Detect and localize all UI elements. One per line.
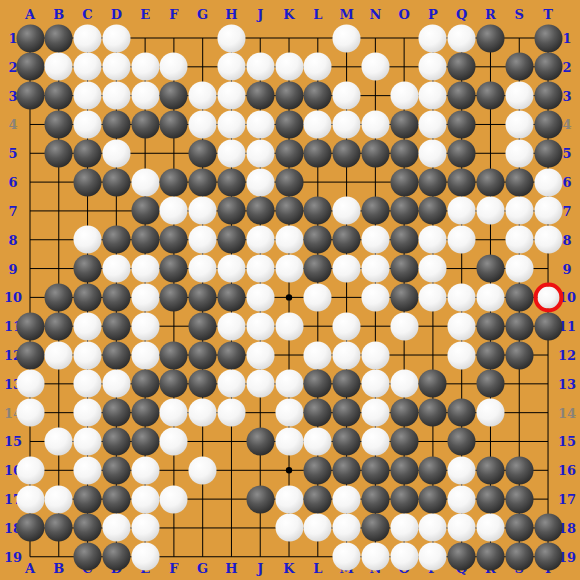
point-G2[interactable] <box>188 52 217 81</box>
point-Q15[interactable] <box>447 427 476 456</box>
point-T12[interactable] <box>534 341 563 370</box>
point-D9[interactable] <box>102 254 131 283</box>
point-A18[interactable] <box>16 513 45 542</box>
point-T9[interactable] <box>534 254 563 283</box>
point-K16[interactable] <box>275 456 304 485</box>
point-S6[interactable] <box>505 168 534 197</box>
point-H13[interactable] <box>217 369 246 398</box>
point-P11[interactable] <box>418 312 447 341</box>
point-D15[interactable] <box>102 427 131 456</box>
point-S1[interactable] <box>505 24 534 53</box>
point-T14[interactable] <box>534 398 563 427</box>
point-H18[interactable] <box>217 513 246 542</box>
point-M6[interactable] <box>332 168 361 197</box>
point-K10[interactable] <box>275 283 304 312</box>
point-O12[interactable] <box>390 341 419 370</box>
point-C8[interactable] <box>73 225 102 254</box>
point-J16[interactable] <box>246 456 275 485</box>
point-T17[interactable] <box>534 485 563 514</box>
point-K7[interactable] <box>275 196 304 225</box>
point-B2[interactable] <box>44 52 73 81</box>
point-P16[interactable] <box>418 456 447 485</box>
point-M5[interactable] <box>332 139 361 168</box>
point-P6[interactable] <box>418 168 447 197</box>
point-A8[interactable] <box>16 225 45 254</box>
point-K2[interactable] <box>275 52 304 81</box>
point-N17[interactable] <box>361 485 390 514</box>
point-N2[interactable] <box>361 52 390 81</box>
point-K8[interactable] <box>275 225 304 254</box>
point-R10[interactable] <box>476 283 505 312</box>
point-H1[interactable] <box>217 24 246 53</box>
point-D6[interactable] <box>102 168 131 197</box>
point-S15[interactable] <box>505 427 534 456</box>
point-P4[interactable] <box>418 110 447 139</box>
point-Q7[interactable] <box>447 196 476 225</box>
point-J7[interactable] <box>246 196 275 225</box>
point-A1[interactable] <box>16 24 45 53</box>
point-C6[interactable] <box>73 168 102 197</box>
point-N11[interactable] <box>361 312 390 341</box>
point-G11[interactable] <box>188 312 217 341</box>
point-P2[interactable] <box>418 52 447 81</box>
point-N8[interactable] <box>361 225 390 254</box>
point-D11[interactable] <box>102 312 131 341</box>
point-M16[interactable] <box>332 456 361 485</box>
point-C13[interactable] <box>73 369 102 398</box>
point-Q2[interactable] <box>447 52 476 81</box>
point-F13[interactable] <box>159 369 188 398</box>
point-A5[interactable] <box>16 139 45 168</box>
point-F17[interactable] <box>159 485 188 514</box>
point-K17[interactable] <box>275 485 304 514</box>
point-N9[interactable] <box>361 254 390 283</box>
point-J11[interactable] <box>246 312 275 341</box>
point-R5[interactable] <box>476 139 505 168</box>
point-M18[interactable] <box>332 513 361 542</box>
point-T19[interactable] <box>534 542 563 571</box>
point-F18[interactable] <box>159 513 188 542</box>
point-M2[interactable] <box>332 52 361 81</box>
point-J13[interactable] <box>246 369 275 398</box>
point-R11[interactable] <box>476 312 505 341</box>
point-D8[interactable] <box>102 225 131 254</box>
point-G8[interactable] <box>188 225 217 254</box>
point-N16[interactable] <box>361 456 390 485</box>
point-L11[interactable] <box>303 312 332 341</box>
point-D10[interactable] <box>102 283 131 312</box>
point-D2[interactable] <box>102 52 131 81</box>
point-L1[interactable] <box>303 24 332 53</box>
point-C1[interactable] <box>73 24 102 53</box>
point-A11[interactable] <box>16 312 45 341</box>
point-O4[interactable] <box>390 110 419 139</box>
go-board[interactable]: AABBCCDDEEFFGGHHJJKKLLMMNNOOPPQQRRSSTT11… <box>0 0 580 580</box>
point-G19[interactable] <box>188 542 217 571</box>
point-N1[interactable] <box>361 24 390 53</box>
point-B9[interactable] <box>44 254 73 283</box>
point-B14[interactable] <box>44 398 73 427</box>
point-J5[interactable] <box>246 139 275 168</box>
point-R13[interactable] <box>476 369 505 398</box>
point-Q10[interactable] <box>447 283 476 312</box>
point-K3[interactable] <box>275 81 304 110</box>
point-H15[interactable] <box>217 427 246 456</box>
point-C12[interactable] <box>73 341 102 370</box>
point-F19[interactable] <box>159 542 188 571</box>
point-M7[interactable] <box>332 196 361 225</box>
point-N10[interactable] <box>361 283 390 312</box>
point-A13[interactable] <box>16 369 45 398</box>
point-Q6[interactable] <box>447 168 476 197</box>
point-E3[interactable] <box>131 81 160 110</box>
point-C15[interactable] <box>73 427 102 456</box>
point-K15[interactable] <box>275 427 304 456</box>
point-B7[interactable] <box>44 196 73 225</box>
point-B6[interactable] <box>44 168 73 197</box>
point-A3[interactable] <box>16 81 45 110</box>
point-S16[interactable] <box>505 456 534 485</box>
point-N12[interactable] <box>361 341 390 370</box>
point-Q8[interactable] <box>447 225 476 254</box>
point-O7[interactable] <box>390 196 419 225</box>
point-Q16[interactable] <box>447 456 476 485</box>
point-Q13[interactable] <box>447 369 476 398</box>
point-K13[interactable] <box>275 369 304 398</box>
point-F8[interactable] <box>159 225 188 254</box>
point-A4[interactable] <box>16 110 45 139</box>
point-P14[interactable] <box>418 398 447 427</box>
point-B15[interactable] <box>44 427 73 456</box>
point-E5[interactable] <box>131 139 160 168</box>
point-C14[interactable] <box>73 398 102 427</box>
point-M11[interactable] <box>332 312 361 341</box>
point-A7[interactable] <box>16 196 45 225</box>
point-J4[interactable] <box>246 110 275 139</box>
point-B12[interactable] <box>44 341 73 370</box>
point-P1[interactable] <box>418 24 447 53</box>
point-B18[interactable] <box>44 513 73 542</box>
point-K9[interactable] <box>275 254 304 283</box>
point-F15[interactable] <box>159 427 188 456</box>
point-D13[interactable] <box>102 369 131 398</box>
point-M15[interactable] <box>332 427 361 456</box>
point-G13[interactable] <box>188 369 217 398</box>
point-R9[interactable] <box>476 254 505 283</box>
point-O1[interactable] <box>390 24 419 53</box>
point-J6[interactable] <box>246 168 275 197</box>
point-D7[interactable] <box>102 196 131 225</box>
point-R19[interactable] <box>476 542 505 571</box>
point-Q1[interactable] <box>447 24 476 53</box>
point-T11[interactable] <box>534 312 563 341</box>
point-O19[interactable] <box>390 542 419 571</box>
point-N4[interactable] <box>361 110 390 139</box>
point-B17[interactable] <box>44 485 73 514</box>
point-N5[interactable] <box>361 139 390 168</box>
point-G16[interactable] <box>188 456 217 485</box>
point-S5[interactable] <box>505 139 534 168</box>
point-B4[interactable] <box>44 110 73 139</box>
point-K18[interactable] <box>275 513 304 542</box>
point-Q19[interactable] <box>447 542 476 571</box>
point-C4[interactable] <box>73 110 102 139</box>
point-N7[interactable] <box>361 196 390 225</box>
point-G17[interactable] <box>188 485 217 514</box>
point-S18[interactable] <box>505 513 534 542</box>
point-J1[interactable] <box>246 24 275 53</box>
point-H5[interactable] <box>217 139 246 168</box>
point-E4[interactable] <box>131 110 160 139</box>
point-M10[interactable] <box>332 283 361 312</box>
point-S7[interactable] <box>505 196 534 225</box>
point-D16[interactable] <box>102 456 131 485</box>
point-T10[interactable] <box>534 283 563 312</box>
point-M19[interactable] <box>332 542 361 571</box>
point-P3[interactable] <box>418 81 447 110</box>
point-Q9[interactable] <box>447 254 476 283</box>
point-C19[interactable] <box>73 542 102 571</box>
point-G5[interactable] <box>188 139 217 168</box>
point-L9[interactable] <box>303 254 332 283</box>
point-P9[interactable] <box>418 254 447 283</box>
point-R3[interactable] <box>476 81 505 110</box>
point-Q5[interactable] <box>447 139 476 168</box>
point-N19[interactable] <box>361 542 390 571</box>
point-R4[interactable] <box>476 110 505 139</box>
point-S19[interactable] <box>505 542 534 571</box>
point-F16[interactable] <box>159 456 188 485</box>
point-C9[interactable] <box>73 254 102 283</box>
point-C7[interactable] <box>73 196 102 225</box>
point-C18[interactable] <box>73 513 102 542</box>
point-A17[interactable] <box>16 485 45 514</box>
point-P8[interactable] <box>418 225 447 254</box>
point-F9[interactable] <box>159 254 188 283</box>
point-K5[interactable] <box>275 139 304 168</box>
point-S10[interactable] <box>505 283 534 312</box>
point-G12[interactable] <box>188 341 217 370</box>
point-L5[interactable] <box>303 139 332 168</box>
point-B13[interactable] <box>44 369 73 398</box>
point-L8[interactable] <box>303 225 332 254</box>
point-J9[interactable] <box>246 254 275 283</box>
point-R8[interactable] <box>476 225 505 254</box>
point-A16[interactable] <box>16 456 45 485</box>
point-A9[interactable] <box>16 254 45 283</box>
point-R15[interactable] <box>476 427 505 456</box>
point-P10[interactable] <box>418 283 447 312</box>
point-O14[interactable] <box>390 398 419 427</box>
point-K1[interactable] <box>275 24 304 53</box>
point-T6[interactable] <box>534 168 563 197</box>
point-P12[interactable] <box>418 341 447 370</box>
point-G1[interactable] <box>188 24 217 53</box>
point-M8[interactable] <box>332 225 361 254</box>
point-O5[interactable] <box>390 139 419 168</box>
point-M14[interactable] <box>332 398 361 427</box>
point-G10[interactable] <box>188 283 217 312</box>
point-P13[interactable] <box>418 369 447 398</box>
point-P7[interactable] <box>418 196 447 225</box>
point-M4[interactable] <box>332 110 361 139</box>
point-C2[interactable] <box>73 52 102 81</box>
point-S14[interactable] <box>505 398 534 427</box>
point-P17[interactable] <box>418 485 447 514</box>
point-D4[interactable] <box>102 110 131 139</box>
point-H8[interactable] <box>217 225 246 254</box>
point-E13[interactable] <box>131 369 160 398</box>
point-K12[interactable] <box>275 341 304 370</box>
point-E1[interactable] <box>131 24 160 53</box>
point-D14[interactable] <box>102 398 131 427</box>
point-M3[interactable] <box>332 81 361 110</box>
point-L7[interactable] <box>303 196 332 225</box>
point-O18[interactable] <box>390 513 419 542</box>
point-R6[interactable] <box>476 168 505 197</box>
point-J18[interactable] <box>246 513 275 542</box>
point-B10[interactable] <box>44 283 73 312</box>
point-T7[interactable] <box>534 196 563 225</box>
point-N15[interactable] <box>361 427 390 456</box>
point-Q14[interactable] <box>447 398 476 427</box>
point-L10[interactable] <box>303 283 332 312</box>
point-S12[interactable] <box>505 341 534 370</box>
point-G7[interactable] <box>188 196 217 225</box>
point-G18[interactable] <box>188 513 217 542</box>
point-A2[interactable] <box>16 52 45 81</box>
point-J2[interactable] <box>246 52 275 81</box>
point-T15[interactable] <box>534 427 563 456</box>
point-H11[interactable] <box>217 312 246 341</box>
point-L16[interactable] <box>303 456 332 485</box>
point-J15[interactable] <box>246 427 275 456</box>
point-E19[interactable] <box>131 542 160 571</box>
point-E8[interactable] <box>131 225 160 254</box>
point-G3[interactable] <box>188 81 217 110</box>
point-T18[interactable] <box>534 513 563 542</box>
point-S8[interactable] <box>505 225 534 254</box>
point-S9[interactable] <box>505 254 534 283</box>
point-C16[interactable] <box>73 456 102 485</box>
point-L6[interactable] <box>303 168 332 197</box>
point-J19[interactable] <box>246 542 275 571</box>
point-F1[interactable] <box>159 24 188 53</box>
point-L2[interactable] <box>303 52 332 81</box>
point-J12[interactable] <box>246 341 275 370</box>
point-J8[interactable] <box>246 225 275 254</box>
point-T2[interactable] <box>534 52 563 81</box>
point-R7[interactable] <box>476 196 505 225</box>
point-P15[interactable] <box>418 427 447 456</box>
point-A12[interactable] <box>16 341 45 370</box>
point-N3[interactable] <box>361 81 390 110</box>
point-F7[interactable] <box>159 196 188 225</box>
point-G6[interactable] <box>188 168 217 197</box>
point-F10[interactable] <box>159 283 188 312</box>
point-S3[interactable] <box>505 81 534 110</box>
point-C5[interactable] <box>73 139 102 168</box>
point-B11[interactable] <box>44 312 73 341</box>
point-H19[interactable] <box>217 542 246 571</box>
point-E14[interactable] <box>131 398 160 427</box>
point-F6[interactable] <box>159 168 188 197</box>
point-H12[interactable] <box>217 341 246 370</box>
point-H7[interactable] <box>217 196 246 225</box>
point-F2[interactable] <box>159 52 188 81</box>
point-G9[interactable] <box>188 254 217 283</box>
point-J10[interactable] <box>246 283 275 312</box>
point-P5[interactable] <box>418 139 447 168</box>
point-S17[interactable] <box>505 485 534 514</box>
point-L14[interactable] <box>303 398 332 427</box>
point-K14[interactable] <box>275 398 304 427</box>
point-D19[interactable] <box>102 542 131 571</box>
point-H9[interactable] <box>217 254 246 283</box>
point-A10[interactable] <box>16 283 45 312</box>
point-J3[interactable] <box>246 81 275 110</box>
point-S4[interactable] <box>505 110 534 139</box>
point-O3[interactable] <box>390 81 419 110</box>
point-J14[interactable] <box>246 398 275 427</box>
point-B19[interactable] <box>44 542 73 571</box>
point-R16[interactable] <box>476 456 505 485</box>
point-N6[interactable] <box>361 168 390 197</box>
point-N13[interactable] <box>361 369 390 398</box>
point-R12[interactable] <box>476 341 505 370</box>
point-K11[interactable] <box>275 312 304 341</box>
point-Q12[interactable] <box>447 341 476 370</box>
point-D5[interactable] <box>102 139 131 168</box>
point-B8[interactable] <box>44 225 73 254</box>
point-T1[interactable] <box>534 24 563 53</box>
point-E11[interactable] <box>131 312 160 341</box>
point-R2[interactable] <box>476 52 505 81</box>
point-C17[interactable] <box>73 485 102 514</box>
point-P18[interactable] <box>418 513 447 542</box>
point-H4[interactable] <box>217 110 246 139</box>
point-H10[interactable] <box>217 283 246 312</box>
point-C11[interactable] <box>73 312 102 341</box>
point-R1[interactable] <box>476 24 505 53</box>
point-O9[interactable] <box>390 254 419 283</box>
point-M1[interactable] <box>332 24 361 53</box>
point-L17[interactable] <box>303 485 332 514</box>
point-E15[interactable] <box>131 427 160 456</box>
point-L3[interactable] <box>303 81 332 110</box>
point-H2[interactable] <box>217 52 246 81</box>
point-M12[interactable] <box>332 341 361 370</box>
point-T16[interactable] <box>534 456 563 485</box>
point-D18[interactable] <box>102 513 131 542</box>
point-E9[interactable] <box>131 254 160 283</box>
point-O13[interactable] <box>390 369 419 398</box>
point-T13[interactable] <box>534 369 563 398</box>
point-E17[interactable] <box>131 485 160 514</box>
point-L18[interactable] <box>303 513 332 542</box>
point-B3[interactable] <box>44 81 73 110</box>
point-S13[interactable] <box>505 369 534 398</box>
point-E12[interactable] <box>131 341 160 370</box>
point-F5[interactable] <box>159 139 188 168</box>
point-K6[interactable] <box>275 168 304 197</box>
point-T3[interactable] <box>534 81 563 110</box>
point-L12[interactable] <box>303 341 332 370</box>
point-G4[interactable] <box>188 110 217 139</box>
point-T8[interactable] <box>534 225 563 254</box>
point-M17[interactable] <box>332 485 361 514</box>
point-L13[interactable] <box>303 369 332 398</box>
